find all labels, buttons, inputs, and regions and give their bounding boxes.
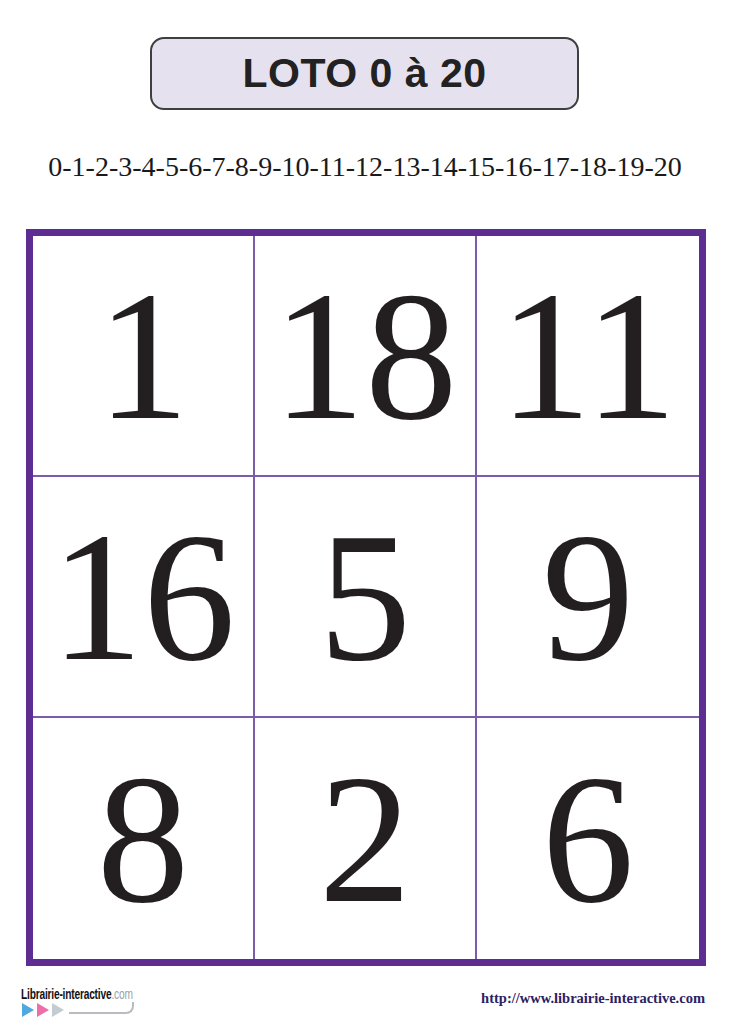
logo-tld: .com <box>111 985 132 1002</box>
cell-number: 6 <box>542 746 635 931</box>
grid-cell-r2c2[interactable]: 5 <box>255 477 477 718</box>
cell-number: 9 <box>542 504 635 689</box>
footer-url: http://www.librairie-interactive.com <box>481 990 705 1007</box>
number-sequence: 0-1-2-3-4-5-6-7-8-9-10-11-12-13-14-15-16… <box>0 151 730 183</box>
triangle-arrow-icon-pink <box>37 1003 49 1017</box>
cell-number: 1 <box>97 263 190 448</box>
triangle-arrow-icon-blue <box>22 1003 34 1017</box>
page-title: LOTO 0 à 20 <box>242 50 486 97</box>
grid-cell-r1c1[interactable]: 1 <box>33 236 255 477</box>
loto-grid: 1 18 11 16 5 9 8 2 6 <box>26 229 706 966</box>
logo-name: Librairie-interactive <box>21 985 111 1002</box>
grid-cell-r1c3[interactable]: 11 <box>477 236 699 477</box>
grid-cell-r1c2[interactable]: 18 <box>255 236 477 477</box>
logo-arrows <box>22 1003 64 1017</box>
grid-cell-r2c1[interactable]: 16 <box>33 477 255 718</box>
loto-card-page: LOTO 0 à 20 0-1-2-3-4-5-6-7-8-9-10-11-12… <box>0 0 730 1033</box>
title-box: LOTO 0 à 20 <box>150 37 579 110</box>
logo-underline-swash <box>69 1002 134 1014</box>
grid-cell-r3c1[interactable]: 8 <box>33 718 255 959</box>
cell-number: 2 <box>319 746 412 931</box>
grid-cell-r3c2[interactable]: 2 <box>255 718 477 959</box>
grid-cell-r3c3[interactable]: 6 <box>477 718 699 959</box>
cell-number: 18 <box>273 263 458 448</box>
cell-number: 8 <box>97 746 190 931</box>
librairie-interactive-logo: Librairie-interactive.com <box>21 986 171 1002</box>
triangle-arrow-icon-silver <box>52 1003 64 1017</box>
cell-number: 11 <box>499 263 677 448</box>
grid-cell-r2c3[interactable]: 9 <box>477 477 699 718</box>
cell-number: 16 <box>51 504 236 689</box>
logo-wordmark: Librairie-interactive.com <box>21 986 123 1002</box>
cell-number: 5 <box>319 504 412 689</box>
